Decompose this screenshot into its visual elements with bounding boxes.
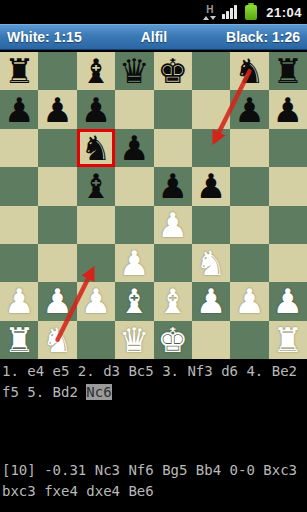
- white-knight: ♞: [42, 321, 72, 359]
- square-g5[interactable]: [230, 167, 268, 205]
- square-f2[interactable]: ♟: [192, 282, 230, 320]
- square-f6[interactable]: [192, 129, 230, 167]
- square-h8[interactable]: ♜: [269, 52, 307, 90]
- title-bar: White: 1:15 Alfil Black: 1:26: [0, 24, 307, 50]
- status-bar: H 21:04: [0, 0, 307, 24]
- square-h5[interactable]: [269, 167, 307, 205]
- square-g4[interactable]: [230, 206, 268, 244]
- square-d8[interactable]: ♛: [115, 52, 153, 90]
- square-f7[interactable]: [192, 90, 230, 128]
- square-c6[interactable]: ♞: [77, 129, 115, 167]
- square-d4[interactable]: [115, 206, 153, 244]
- square-d3[interactable]: ♟: [115, 244, 153, 282]
- black-knight: ♞: [234, 52, 264, 90]
- square-f5[interactable]: ♟: [192, 167, 230, 205]
- black-bishop: ♝: [81, 52, 111, 90]
- white-pawn: ♟: [42, 282, 72, 320]
- white-pawn: ♟: [157, 206, 187, 244]
- square-a2[interactable]: ♟: [0, 282, 38, 320]
- square-e5[interactable]: ♟: [154, 167, 192, 205]
- chess-board[interactable]: ♜♝♛♚♞♜♟♟♟♟♟♞♟♝♟♟♟♟♞♟♟♟♝♝♟♟♟♜♞♛♚♜: [0, 52, 307, 359]
- square-f3[interactable]: ♞: [192, 244, 230, 282]
- signal-strength-icon: [222, 5, 237, 19]
- status-time: 21:04: [266, 5, 302, 20]
- white-bishop: ♝: [119, 282, 149, 320]
- engine-output: [10] -0.31 Nc3 Nf6 Bg5 Bb4 0-0 Bxc3 bxc3…: [0, 460, 305, 502]
- black-pawn: ♟: [234, 91, 264, 129]
- square-g7[interactable]: ♟: [230, 90, 268, 128]
- white-pawn: ♟: [119, 244, 149, 282]
- black-pawn: ♟: [196, 167, 226, 205]
- square-b3[interactable]: [38, 244, 76, 282]
- black-rook: ♜: [273, 52, 303, 90]
- white-clock: White: 1:15: [7, 29, 82, 45]
- current-move[interactable]: Nc6: [86, 384, 111, 400]
- white-king: ♚: [157, 321, 187, 359]
- square-b8[interactable]: [38, 52, 76, 90]
- white-pawn: ♟: [234, 282, 264, 320]
- network-type-label: H: [206, 5, 213, 15]
- white-knight: ♞: [196, 244, 226, 282]
- black-knight: ♞: [81, 129, 111, 167]
- square-e7[interactable]: [154, 90, 192, 128]
- white-pawn: ♟: [81, 282, 111, 320]
- black-queen: ♛: [119, 52, 149, 90]
- square-h7[interactable]: ♟: [269, 90, 307, 128]
- square-b7[interactable]: ♟: [38, 90, 76, 128]
- white-bishop: ♝: [157, 282, 187, 320]
- square-e3[interactable]: [154, 244, 192, 282]
- square-c5[interactable]: ♝: [77, 167, 115, 205]
- app-title: Alfil: [141, 29, 167, 45]
- square-a3[interactable]: [0, 244, 38, 282]
- move-list-text: 1. e4 e5 2. d3 Bc5 3. Nf3 d6 4. Be2 f5 5…: [2, 363, 305, 400]
- data-transfer-arrows-icon: [203, 16, 216, 20]
- square-d1[interactable]: ♛: [115, 321, 153, 359]
- square-a4[interactable]: [0, 206, 38, 244]
- square-a8[interactable]: ♜: [0, 52, 38, 90]
- black-bishop: ♝: [81, 167, 111, 205]
- black-pawn: ♟: [273, 91, 303, 129]
- square-g8[interactable]: ♞: [230, 52, 268, 90]
- square-e8[interactable]: ♚: [154, 52, 192, 90]
- white-queen: ♛: [119, 321, 149, 359]
- square-d5[interactable]: [115, 167, 153, 205]
- square-b4[interactable]: [38, 206, 76, 244]
- square-a5[interactable]: [0, 167, 38, 205]
- square-b2[interactable]: ♟: [38, 282, 76, 320]
- square-c4[interactable]: [77, 206, 115, 244]
- square-g2[interactable]: ♟: [230, 282, 268, 320]
- square-h4[interactable]: [269, 206, 307, 244]
- square-e4[interactable]: ♟: [154, 206, 192, 244]
- square-d7[interactable]: [115, 90, 153, 128]
- white-rook: ♜: [273, 321, 303, 359]
- square-h1[interactable]: ♜: [269, 321, 307, 359]
- square-f8[interactable]: [192, 52, 230, 90]
- black-clock: Black: 1:26: [226, 29, 300, 45]
- square-h3[interactable]: [269, 244, 307, 282]
- app-screen: H 21:04 White: 1:15 Alfil Black: 1:26 ♜♝…: [0, 0, 307, 512]
- square-a7[interactable]: ♟: [0, 90, 38, 128]
- square-f1[interactable]: [192, 321, 230, 359]
- square-c7[interactable]: ♟: [77, 90, 115, 128]
- square-f4[interactable]: [192, 206, 230, 244]
- square-g6[interactable]: [230, 129, 268, 167]
- black-pawn: ♟: [157, 167, 187, 205]
- square-b1[interactable]: ♞: [38, 321, 76, 359]
- square-a6[interactable]: [0, 129, 38, 167]
- square-b6[interactable]: [38, 129, 76, 167]
- white-rook: ♜: [4, 321, 34, 359]
- black-pawn: ♟: [119, 129, 149, 167]
- square-b5[interactable]: [38, 167, 76, 205]
- square-e6[interactable]: [154, 129, 192, 167]
- square-g3[interactable]: [230, 244, 268, 282]
- black-king: ♚: [157, 52, 187, 90]
- move-list[interactable]: 1. e4 e5 2. d3 Bc5 3. Nf3 d6 4. Be2 f5 5…: [0, 359, 307, 403]
- square-a1[interactable]: ♜: [0, 321, 38, 359]
- black-rook: ♜: [4, 52, 34, 90]
- square-c8[interactable]: ♝: [77, 52, 115, 90]
- battery-icon: [245, 5, 257, 20]
- black-pawn: ♟: [81, 91, 111, 129]
- white-pawn: ♟: [273, 282, 303, 320]
- square-g1[interactable]: [230, 321, 268, 359]
- square-e1[interactable]: ♚: [154, 321, 192, 359]
- square-h6[interactable]: [269, 129, 307, 167]
- white-pawn: ♟: [4, 282, 34, 320]
- square-e2[interactable]: ♝: [154, 282, 192, 320]
- square-c3[interactable]: [77, 244, 115, 282]
- white-pawn: ♟: [196, 282, 226, 320]
- black-pawn: ♟: [42, 91, 72, 129]
- square-d6[interactable]: ♟: [115, 129, 153, 167]
- square-d2[interactable]: ♝: [115, 282, 153, 320]
- network-type-icon: H: [203, 5, 216, 20]
- black-pawn: ♟: [4, 91, 34, 129]
- square-h2[interactable]: ♟: [269, 282, 307, 320]
- square-c2[interactable]: ♟: [77, 282, 115, 320]
- square-c1[interactable]: [77, 321, 115, 359]
